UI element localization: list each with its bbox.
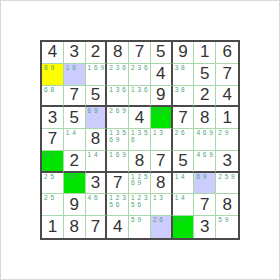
- cell-r2c6[interactable]: 4: [151, 64, 173, 86]
- placed-digit: 7: [173, 107, 194, 128]
- cell-r1c7[interactable]: 9: [173, 42, 195, 64]
- cell-r8c5[interactable]: 1 2 35 6: [129, 194, 151, 216]
- placed-digit: 4: [151, 64, 171, 85]
- placed-digit: 8: [129, 151, 150, 171]
- cell-r1c2[interactable]: 3: [64, 42, 86, 64]
- cell-r1c9[interactable]: 6: [216, 42, 238, 64]
- cell-r6c1[interactable]: 6 9: [42, 151, 64, 173]
- cell-r4c6[interactable]: 2 6: [151, 107, 173, 129]
- cell-r4c7[interactable]: 7: [173, 107, 195, 129]
- cell-r5c1[interactable]: 7: [42, 129, 64, 151]
- cell-r9c4[interactable]: 4: [107, 216, 129, 238]
- placed-digit: 3: [194, 216, 215, 238]
- cell-r2c8[interactable]: 5: [194, 64, 216, 86]
- placed-digit: 3: [64, 42, 85, 63]
- placed-digit: 2: [64, 151, 85, 171]
- pencil-marks: 3 8: [175, 65, 194, 72]
- placed-digit: 5: [86, 86, 106, 106]
- cell-r7c7[interactable]: 1 4: [173, 173, 195, 195]
- pencil-marks: 1 2 35 6: [109, 195, 128, 208]
- placed-digit: 5: [194, 64, 215, 85]
- sudoku-board: 4328759168 91 61 6 92 3 62 3 643 8576 87…: [40, 40, 240, 240]
- cell-r6c9[interactable]: 3: [216, 151, 238, 173]
- cell-r9c9[interactable]: 5 9: [216, 216, 238, 238]
- cell-r3c7[interactable]: 3 8: [173, 86, 195, 108]
- placed-digit: 8: [107, 42, 128, 63]
- cell-r5c9[interactable]: 2 9: [216, 129, 238, 151]
- cell-r1c8[interactable]: 1: [194, 42, 216, 64]
- pencil-marks: 4 6: [88, 195, 106, 202]
- pencil-marks: 2 3 6: [131, 65, 150, 72]
- cell-r2c7[interactable]: 3 8: [173, 64, 195, 86]
- cell-r1c5[interactable]: 7: [129, 42, 151, 64]
- pencil-marks: 6 9: [44, 152, 63, 159]
- cell-r9c1[interactable]: 1: [42, 216, 64, 238]
- pencil-marks: 5 9: [131, 217, 150, 224]
- cell-r7c2[interactable]: 4 6: [64, 173, 86, 195]
- pencil-marks: 4 6 9: [196, 152, 215, 159]
- cell-r7c8[interactable]: 6 9: [194, 173, 216, 195]
- placed-digit: 2: [194, 86, 215, 106]
- cell-r8c4[interactable]: 1 2 35 6: [107, 194, 129, 216]
- pencil-marks: 4 6 9: [196, 130, 215, 137]
- cell-r3c2[interactable]: 7: [64, 86, 86, 108]
- pencil-marks: 1 3 56 9: [109, 130, 128, 143]
- cell-r9c8[interactable]: 3: [194, 216, 216, 238]
- cell-r3c1[interactable]: 6 8: [42, 86, 64, 108]
- cell-r3c8[interactable]: 2: [194, 86, 216, 108]
- pencil-marks: 5 9: [218, 217, 238, 224]
- pencil-marks: 2 3 6: [109, 65, 128, 72]
- cell-r3c9[interactable]: 4: [216, 86, 238, 108]
- pencil-marks: 1 4: [175, 174, 194, 181]
- pencil-marks: 1 4: [88, 152, 106, 159]
- pencil-marks: 1 4: [66, 130, 85, 137]
- cell-r8c6[interactable]: 1 3: [151, 194, 173, 216]
- cell-r8c9[interactable]: 8: [216, 194, 238, 216]
- cell-r7c1[interactable]: 2 5: [42, 173, 64, 195]
- placed-digit: 7: [86, 216, 106, 238]
- cell-r6c2[interactable]: 2: [64, 151, 86, 173]
- cell-r4c4[interactable]: 2 6 9: [107, 107, 129, 129]
- cell-r8c8[interactable]: 7: [194, 194, 216, 216]
- cell-r5c7[interactable]: 2 6: [173, 129, 195, 151]
- placed-digit: 7: [64, 86, 85, 106]
- pencil-marks: 8 9: [44, 65, 63, 72]
- pencil-marks: 2 5: [44, 195, 63, 202]
- placed-digit: 8: [216, 194, 238, 215]
- placed-digit: 9: [173, 42, 194, 63]
- placed-digit: 5: [64, 107, 85, 128]
- pencil-marks: 1 4: [175, 195, 194, 202]
- cell-r1c1[interactable]: 4: [42, 42, 64, 64]
- pencil-marks: 2 5 9: [218, 174, 238, 181]
- placed-digit: 4: [107, 216, 128, 238]
- pencil-marks: 1 6: [66, 65, 85, 72]
- pencil-marks: 1 3 56: [131, 130, 150, 143]
- cell-r1c4[interactable]: 8: [107, 42, 129, 64]
- cell-r5c5[interactable]: 1 3 56: [129, 129, 151, 151]
- pencil-marks: 2 6: [175, 217, 194, 224]
- cell-r4c5[interactable]: 4: [129, 107, 151, 129]
- pencil-marks: 6 9: [196, 174, 215, 181]
- cell-r6c7[interactable]: 5: [173, 151, 195, 173]
- placed-digit: 1: [42, 216, 63, 238]
- cell-r3c6[interactable]: 9: [151, 86, 173, 108]
- cell-r1c3[interactable]: 2: [86, 42, 108, 64]
- placed-digit: 4: [216, 86, 238, 106]
- cell-r1c6[interactable]: 5: [151, 42, 173, 64]
- pencil-marks: 4 6: [66, 174, 85, 181]
- cell-r4c9[interactable]: 1: [216, 107, 238, 129]
- placed-digit: 7: [42, 129, 63, 150]
- pencil-marks: 2 5: [44, 174, 63, 181]
- cell-r8c7[interactable]: 1 4: [173, 194, 195, 216]
- pencil-marks: 2 6: [153, 108, 171, 115]
- pencil-marks: 2 6: [153, 217, 171, 224]
- pencil-marks: 2 9: [218, 130, 238, 137]
- pencil-marks: 2 6 9: [109, 108, 128, 115]
- placed-digit: 8: [64, 216, 85, 238]
- placed-digit: 8: [86, 129, 106, 150]
- cell-r2c2[interactable]: 1 6: [64, 64, 86, 86]
- placed-digit: 6: [216, 42, 238, 63]
- cell-r5c3[interactable]: 8: [86, 129, 108, 151]
- pencil-marks: 1 6 9: [109, 152, 128, 159]
- cell-r5c6[interactable]: 1 3: [151, 129, 173, 151]
- placed-digit: 7: [151, 151, 171, 171]
- placed-digit: 8: [151, 173, 171, 194]
- cell-r7c6[interactable]: 8: [151, 173, 173, 195]
- cell-r8c1[interactable]: 2 5: [42, 194, 64, 216]
- cell-r4c8[interactable]: 8: [194, 107, 216, 129]
- cell-r8c2[interactable]: 9: [64, 194, 86, 216]
- cell-r9c6[interactable]: 2 6: [151, 216, 173, 238]
- pencil-marks: 1 6 9: [88, 65, 106, 72]
- cell-r6c8[interactable]: 4 6 9: [194, 151, 216, 173]
- cell-r2c9[interactable]: 7: [216, 64, 238, 86]
- cell-r3c4[interactable]: 1 3 6: [107, 86, 129, 108]
- cell-r7c5[interactable]: 1 2 56 9: [129, 173, 151, 195]
- cell-r4c3[interactable]: 6 9: [86, 107, 108, 129]
- sudoku-app: { "game": "sudoku", "position": "4328759…: [0, 0, 280, 280]
- cell-r3c3[interactable]: 5: [86, 86, 108, 108]
- cell-r9c5[interactable]: 5 9: [129, 216, 151, 238]
- placed-digit: 7: [194, 194, 215, 215]
- placed-digit: 3: [86, 173, 106, 194]
- placed-digit: 1: [216, 107, 238, 128]
- cell-r2c4[interactable]: 2 3 6: [107, 64, 129, 86]
- placed-digit: 5: [151, 42, 171, 63]
- pencil-marks: 3 8: [175, 87, 194, 94]
- cell-r5c2[interactable]: 1 4: [64, 129, 86, 151]
- cell-r6c5[interactable]: 8: [129, 151, 151, 173]
- placed-digit: 9: [151, 86, 171, 106]
- placed-digit: 4: [42, 42, 63, 63]
- cell-r4c1[interactable]: 3: [42, 107, 64, 129]
- pencil-marks: 1 2 56 9: [131, 174, 150, 187]
- cell-r5c8[interactable]: 4 6 9: [194, 129, 216, 151]
- pencil-marks: 6 9: [88, 108, 106, 115]
- pencil-marks: 6 8: [44, 87, 63, 94]
- placed-digit: 3: [216, 151, 238, 171]
- cell-r5c4[interactable]: 1 3 56 9: [107, 129, 129, 151]
- placed-digit: 7: [216, 64, 238, 85]
- placed-digit: 1: [194, 42, 215, 63]
- pencil-marks: 1 3: [153, 195, 171, 202]
- placed-digit: 2: [86, 42, 106, 63]
- cell-r6c6[interactable]: 7: [151, 151, 173, 173]
- cell-r7c9[interactable]: 2 5 9: [216, 173, 238, 195]
- cell-r9c7[interactable]: 2 6: [173, 216, 195, 238]
- cell-r2c5[interactable]: 2 3 6: [129, 64, 151, 86]
- placed-digit: 7: [107, 173, 128, 194]
- cell-r3c5[interactable]: 1 3 6: [129, 86, 151, 108]
- placed-digit: 3: [42, 107, 63, 128]
- cell-r7c3[interactable]: 3: [86, 173, 108, 195]
- cell-r2c1[interactable]: 8 9: [42, 64, 64, 86]
- placed-digit: 8: [194, 107, 215, 128]
- placed-digit: 7: [129, 42, 150, 63]
- pencil-marks: 1 3: [153, 130, 171, 137]
- placed-digit: 9: [64, 194, 85, 215]
- cell-r8c3[interactable]: 4 6: [86, 194, 108, 216]
- placed-digit: 4: [129, 107, 150, 128]
- cell-r9c2[interactable]: 8: [64, 216, 86, 238]
- cell-r2c3[interactable]: 1 6 9: [86, 64, 108, 86]
- cell-r9c3[interactable]: 7: [86, 216, 108, 238]
- cell-r6c3[interactable]: 1 4: [86, 151, 108, 173]
- cell-r7c4[interactable]: 7: [107, 173, 129, 195]
- pencil-marks: 1 2 35 6: [131, 195, 150, 208]
- pencil-marks: 2 6: [175, 130, 194, 137]
- pencil-marks: 1 3 6: [131, 87, 150, 94]
- cell-r4c2[interactable]: 5: [64, 107, 86, 129]
- placed-digit: 5: [173, 151, 194, 171]
- pencil-marks: 1 3 6: [109, 87, 128, 94]
- cell-r6c4[interactable]: 1 6 9: [107, 151, 129, 173]
